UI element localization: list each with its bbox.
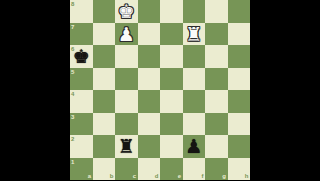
square-b7[interactable] <box>93 23 116 46</box>
file-label-g: g <box>222 173 226 179</box>
square-c3[interactable] <box>115 113 138 136</box>
square-g5[interactable] <box>205 68 228 91</box>
square-e1[interactable]: e <box>160 158 183 181</box>
square-c2[interactable]: ♜ <box>115 135 138 158</box>
white-rook[interactable]: ♜ <box>183 23 206 46</box>
file-label-h: h <box>245 173 249 179</box>
square-e4[interactable] <box>160 90 183 113</box>
square-h5[interactable] <box>228 68 251 91</box>
white-king[interactable]: ♚ <box>115 0 138 23</box>
white-pawn[interactable]: ♟ <box>115 23 138 46</box>
square-c6[interactable] <box>115 45 138 68</box>
square-f4[interactable] <box>183 90 206 113</box>
square-a3[interactable]: 3 <box>70 113 93 136</box>
square-d4[interactable] <box>138 90 161 113</box>
square-h2[interactable] <box>228 135 251 158</box>
square-a1[interactable]: 1a <box>70 158 93 181</box>
square-e8[interactable] <box>160 0 183 23</box>
square-f7[interactable]: ♜ <box>183 23 206 46</box>
square-b8[interactable] <box>93 0 116 23</box>
square-b3[interactable] <box>93 113 116 136</box>
rank-label-2: 2 <box>71 136 74 142</box>
square-f5[interactable] <box>183 68 206 91</box>
square-e6[interactable] <box>160 45 183 68</box>
square-a4[interactable]: 4 <box>70 90 93 113</box>
square-g6[interactable] <box>205 45 228 68</box>
square-e2[interactable] <box>160 135 183 158</box>
square-c8[interactable]: ♚ <box>115 0 138 23</box>
square-d7[interactable] <box>138 23 161 46</box>
black-rook[interactable]: ♜ <box>115 135 138 158</box>
square-d6[interactable] <box>138 45 161 68</box>
square-b6[interactable] <box>93 45 116 68</box>
square-g7[interactable] <box>205 23 228 46</box>
square-b5[interactable] <box>93 68 116 91</box>
file-label-b: b <box>110 173 114 179</box>
square-g3[interactable] <box>205 113 228 136</box>
black-king[interactable]: ♚ <box>70 45 93 68</box>
file-label-f: f <box>202 173 204 179</box>
square-f1[interactable]: f <box>183 158 206 181</box>
square-e3[interactable] <box>160 113 183 136</box>
square-c4[interactable] <box>115 90 138 113</box>
rank-label-8: 8 <box>71 1 74 7</box>
square-f3[interactable] <box>183 113 206 136</box>
file-label-c: c <box>133 173 136 179</box>
square-c1[interactable]: c <box>115 158 138 181</box>
square-d1[interactable]: d <box>138 158 161 181</box>
square-h4[interactable] <box>228 90 251 113</box>
square-g4[interactable] <box>205 90 228 113</box>
square-a8[interactable]: 8 <box>70 0 93 23</box>
chess-board: 8♚7♟♜6♚5432♜♟1abcdefgh <box>70 0 250 180</box>
rank-label-3: 3 <box>71 114 74 120</box>
square-e5[interactable] <box>160 68 183 91</box>
square-c5[interactable] <box>115 68 138 91</box>
square-b1[interactable]: b <box>93 158 116 181</box>
square-h8[interactable] <box>228 0 251 23</box>
square-d3[interactable] <box>138 113 161 136</box>
file-label-a: a <box>88 173 91 179</box>
file-label-d: d <box>155 173 159 179</box>
square-f2[interactable]: ♟ <box>183 135 206 158</box>
square-f8[interactable] <box>183 0 206 23</box>
square-a5[interactable]: 5 <box>70 68 93 91</box>
square-h6[interactable] <box>228 45 251 68</box>
square-e7[interactable] <box>160 23 183 46</box>
file-label-e: e <box>178 173 181 179</box>
square-g1[interactable]: g <box>205 158 228 181</box>
letterboxed-stage: 8♚7♟♜6♚5432♜♟1abcdefgh <box>0 0 320 180</box>
black-pawn[interactable]: ♟ <box>183 135 206 158</box>
square-h7[interactable] <box>228 23 251 46</box>
square-g2[interactable] <box>205 135 228 158</box>
rank-label-7: 7 <box>71 24 74 30</box>
square-a7[interactable]: 7 <box>70 23 93 46</box>
square-f6[interactable] <box>183 45 206 68</box>
rank-label-4: 4 <box>71 91 74 97</box>
rank-label-1: 1 <box>71 159 74 165</box>
square-c7[interactable]: ♟ <box>115 23 138 46</box>
square-b4[interactable] <box>93 90 116 113</box>
square-h1[interactable]: h <box>228 158 251 181</box>
square-d8[interactable] <box>138 0 161 23</box>
square-h3[interactable] <box>228 113 251 136</box>
rank-label-5: 5 <box>71 69 74 75</box>
square-g8[interactable] <box>205 0 228 23</box>
square-d2[interactable] <box>138 135 161 158</box>
square-a6[interactable]: 6♚ <box>70 45 93 68</box>
square-b2[interactable] <box>93 135 116 158</box>
square-a2[interactable]: 2 <box>70 135 93 158</box>
square-d5[interactable] <box>138 68 161 91</box>
